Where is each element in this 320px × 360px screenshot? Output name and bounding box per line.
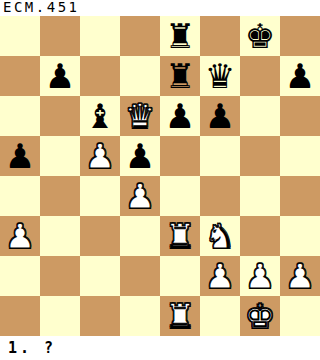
white-pawn: ♟ xyxy=(205,256,235,296)
square-g1[interactable]: ♚ xyxy=(240,296,280,336)
square-g7[interactable] xyxy=(240,56,280,96)
square-c5[interactable]: ♟ xyxy=(80,136,120,176)
black-rook: ♜ xyxy=(165,56,195,96)
white-king: ♚ xyxy=(245,296,275,336)
square-a1[interactable] xyxy=(0,296,40,336)
white-knight: ♞ xyxy=(205,216,235,256)
white-pawn: ♟ xyxy=(285,256,315,296)
square-d8[interactable] xyxy=(120,16,160,56)
square-h3[interactable] xyxy=(280,216,320,256)
square-a8[interactable] xyxy=(0,16,40,56)
black-pawn: ♟ xyxy=(205,96,235,136)
square-d3[interactable] xyxy=(120,216,160,256)
square-a3[interactable]: ♟ xyxy=(0,216,40,256)
square-b4[interactable] xyxy=(40,176,80,216)
square-a4[interactable] xyxy=(0,176,40,216)
chess-board: ♜♚♟♜♛♟♝♛♟♟♟♟♟♟♟♜♞♟♟♟♜♚ xyxy=(0,16,320,336)
white-rook: ♜ xyxy=(165,216,195,256)
square-a2[interactable] xyxy=(0,256,40,296)
square-a6[interactable] xyxy=(0,96,40,136)
black-pawn: ♟ xyxy=(45,56,75,96)
square-h5[interactable] xyxy=(280,136,320,176)
square-f4[interactable] xyxy=(200,176,240,216)
square-e8[interactable]: ♜ xyxy=(160,16,200,56)
square-b3[interactable] xyxy=(40,216,80,256)
square-a7[interactable] xyxy=(0,56,40,96)
white-pawn: ♟ xyxy=(5,216,35,256)
black-pawn: ♟ xyxy=(5,136,35,176)
white-queen: ♛ xyxy=(125,96,155,136)
square-d6[interactable]: ♛ xyxy=(120,96,160,136)
square-h2[interactable]: ♟ xyxy=(280,256,320,296)
square-f3[interactable]: ♞ xyxy=(200,216,240,256)
square-e3[interactable]: ♜ xyxy=(160,216,200,256)
square-b2[interactable] xyxy=(40,256,80,296)
square-d4[interactable]: ♟ xyxy=(120,176,160,216)
black-queen: ♛ xyxy=(205,56,235,96)
square-h8[interactable] xyxy=(280,16,320,56)
square-b8[interactable] xyxy=(40,16,80,56)
square-c7[interactable] xyxy=(80,56,120,96)
square-g5[interactable] xyxy=(240,136,280,176)
square-g2[interactable]: ♟ xyxy=(240,256,280,296)
square-h4[interactable] xyxy=(280,176,320,216)
black-bishop: ♝ xyxy=(85,96,115,136)
square-b7[interactable]: ♟ xyxy=(40,56,80,96)
square-c8[interactable] xyxy=(80,16,120,56)
square-b1[interactable] xyxy=(40,296,80,336)
square-g8[interactable]: ♚ xyxy=(240,16,280,56)
square-e4[interactable] xyxy=(160,176,200,216)
square-f2[interactable]: ♟ xyxy=(200,256,240,296)
black-pawn: ♟ xyxy=(165,96,195,136)
black-pawn: ♟ xyxy=(285,56,315,96)
square-a5[interactable]: ♟ xyxy=(0,136,40,176)
square-e5[interactable] xyxy=(160,136,200,176)
white-rook: ♜ xyxy=(165,296,195,336)
square-e1[interactable]: ♜ xyxy=(160,296,200,336)
square-f8[interactable] xyxy=(200,16,240,56)
black-rook: ♜ xyxy=(165,16,195,56)
square-f6[interactable]: ♟ xyxy=(200,96,240,136)
square-c6[interactable]: ♝ xyxy=(80,96,120,136)
square-f7[interactable]: ♛ xyxy=(200,56,240,96)
square-h7[interactable]: ♟ xyxy=(280,56,320,96)
white-pawn: ♟ xyxy=(245,256,275,296)
square-f1[interactable] xyxy=(200,296,240,336)
square-c1[interactable] xyxy=(80,296,120,336)
white-pawn: ♟ xyxy=(125,176,155,216)
square-e2[interactable] xyxy=(160,256,200,296)
chess-diagram-window: ECM.451 ♜♚♟♜♛♟♝♛♟♟♟♟♟♟♟♜♞♟♟♟♜♚ 1. ? xyxy=(0,0,320,360)
black-king: ♚ xyxy=(245,16,275,56)
square-d1[interactable] xyxy=(120,296,160,336)
diagram-title: ECM.451 xyxy=(3,0,80,15)
square-f5[interactable] xyxy=(200,136,240,176)
square-g6[interactable] xyxy=(240,96,280,136)
square-c4[interactable] xyxy=(80,176,120,216)
black-pawn: ♟ xyxy=(125,136,155,176)
white-pawn: ♟ xyxy=(85,136,115,176)
square-b6[interactable] xyxy=(40,96,80,136)
square-h6[interactable] xyxy=(280,96,320,136)
square-e7[interactable]: ♜ xyxy=(160,56,200,96)
square-e6[interactable]: ♟ xyxy=(160,96,200,136)
square-h1[interactable] xyxy=(280,296,320,336)
square-d2[interactable] xyxy=(120,256,160,296)
square-c2[interactable] xyxy=(80,256,120,296)
square-g3[interactable] xyxy=(240,216,280,256)
square-d7[interactable] xyxy=(120,56,160,96)
square-d5[interactable]: ♟ xyxy=(120,136,160,176)
square-b5[interactable] xyxy=(40,136,80,176)
move-prompt: 1. ? xyxy=(8,338,56,358)
square-c3[interactable] xyxy=(80,216,120,256)
square-g4[interactable] xyxy=(240,176,280,216)
